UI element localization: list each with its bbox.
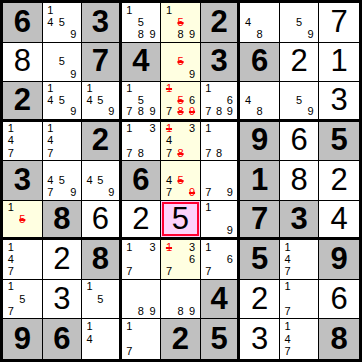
cell-r4c9[interactable]: 5 [319, 122, 359, 162]
cell-r9c4[interactable]: 17 [122, 319, 162, 359]
candidate-1: 1 [84, 320, 95, 333]
candidates: 16789 [203, 83, 236, 118]
cell-r9c3[interactable]: 14 [82, 319, 122, 359]
candidate-1-eliminated: 1 [163, 83, 175, 95]
candidate-7: 7 [282, 305, 294, 317]
candidate-1: 1 [203, 123, 214, 135]
candidate-5: 5 [95, 293, 106, 305]
candidate-4: 4 [45, 16, 57, 28]
candidates: 59 [282, 83, 317, 118]
cell-r8c9[interactable]: 6 [319, 280, 359, 320]
given-digit: 2 [14, 84, 31, 115]
candidate-8: 8 [254, 28, 266, 40]
candidate-1: 1 [282, 320, 294, 333]
given-digit: 6 [132, 164, 149, 195]
candidates: 147 [282, 320, 317, 358]
cell-r5c2[interactable]: 4579 [43, 161, 83, 201]
cell-r6c5[interactable]: 5 [161, 201, 201, 241]
given-digit: 6 [53, 323, 70, 354]
solved-digit: 2 [331, 164, 348, 195]
candidate-9: 9 [147, 28, 159, 40]
candidate-6: 6 [186, 254, 198, 266]
cell-r5c6[interactable]: 79 [201, 161, 241, 201]
given-digit: 8 [53, 203, 70, 234]
candidate-7: 7 [124, 106, 136, 118]
candidate-5: 5 [17, 293, 29, 305]
candidates: 59 [163, 44, 198, 81]
solved-digit: 3 [251, 323, 268, 354]
cell-r3c5[interactable]: 156789 [161, 82, 201, 122]
solved-digit: 8 [291, 164, 308, 195]
cell-r7c7[interactable]: 5 [240, 240, 280, 280]
cell-r8c4[interactable]: 89 [122, 280, 162, 320]
solved-digit: 2 [53, 243, 70, 274]
candidates: 17 [282, 281, 317, 318]
given-digit: 2 [210, 6, 227, 37]
candidate-8: 8 [254, 106, 266, 118]
cell-r3c3[interactable]: 1459 [82, 82, 122, 122]
candidate-5: 5 [95, 174, 106, 186]
candidate-1-eliminated: 1 [163, 241, 175, 253]
cell-r5c4[interactable]: 6 [122, 161, 162, 201]
candidate-1: 1 [124, 4, 136, 16]
cell-r8c2[interactable]: 3 [43, 280, 83, 320]
candidate-9: 9 [224, 106, 235, 118]
candidate-9: 9 [68, 68, 80, 80]
solved-digit: 6 [291, 124, 308, 155]
candidate-7: 7 [203, 106, 214, 118]
candidate-6: 6 [224, 254, 235, 266]
solved-digit: 4 [331, 203, 348, 234]
cell-r5c5[interactable]: 4579 [161, 161, 201, 201]
cell-r1c6[interactable]: 2 [201, 3, 241, 43]
candidates: 147 [45, 123, 80, 160]
cell-r9c6[interactable]: 5 [201, 319, 241, 359]
candidate-9: 9 [68, 106, 80, 118]
candidate-7: 7 [203, 187, 214, 199]
cell-r4c5[interactable]: 13478 [161, 122, 201, 162]
given-digit: 2 [172, 323, 189, 354]
candidate-3: 3 [147, 241, 159, 253]
candidate-1: 1 [5, 202, 17, 214]
cell-r7c9[interactable]: 9 [319, 240, 359, 280]
given-digit: 4 [132, 45, 149, 76]
candidate-7: 7 [5, 147, 17, 159]
cell-r6c3[interactable]: 6 [82, 201, 122, 241]
cell-r4c8[interactable]: 6 [280, 122, 320, 162]
candidates: 13478 [163, 123, 198, 160]
candidate-5: 5 [56, 95, 68, 107]
candidate-3: 3 [147, 123, 159, 135]
candidate-8: 8 [214, 106, 225, 118]
candidates: 17 [124, 320, 159, 358]
candidates: 1367 [163, 241, 198, 278]
candidate-1: 1 [45, 83, 57, 95]
candidate-7: 7 [203, 266, 214, 278]
candidate-8: 8 [175, 28, 187, 40]
candidates: 59 [282, 4, 317, 41]
candidate-5: 5 [293, 95, 305, 107]
given-digit: 6 [251, 45, 268, 76]
cell-r7c3[interactable]: 8 [82, 240, 122, 280]
cell-r2c6[interactable]: 3 [201, 43, 241, 83]
candidates: 1589 [163, 4, 198, 41]
cell-r6c7[interactable]: 7 [240, 201, 280, 241]
candidate-9: 9 [305, 28, 317, 40]
cell-r3c4[interactable]: 15789 [122, 82, 162, 122]
given-digit: 9 [251, 124, 268, 155]
cell-r2c7[interactable]: 6 [240, 43, 280, 83]
sudoku-board: 6145931589158924859785974593621214591459… [0, 0, 362, 362]
candidate-4: 4 [84, 95, 95, 107]
candidate-1-eliminated: 1 [163, 123, 175, 135]
cell-r4c6[interactable]: 178 [201, 122, 241, 162]
cell-r4c1[interactable]: 147 [3, 122, 43, 162]
candidate-9: 9 [106, 187, 117, 199]
candidate-5: 5 [56, 16, 68, 28]
solved-digit: 3 [331, 84, 348, 115]
candidate-7: 7 [5, 305, 17, 317]
candidate-9: 9 [224, 225, 235, 237]
candidates: 4579 [163, 162, 198, 199]
cell-r3c6[interactable]: 16789 [201, 82, 241, 122]
given-digit: 5 [210, 323, 227, 354]
candidate-4: 4 [242, 16, 254, 28]
cell-r9c9[interactable]: 8 [319, 319, 359, 359]
cell-r2c8[interactable]: 2 [280, 43, 320, 83]
candidate-7: 7 [282, 345, 294, 358]
solved-digit: 6 [331, 283, 348, 314]
cell-r6c1[interactable]: 15 [3, 201, 43, 241]
candidate-5: 5 [56, 174, 68, 186]
candidate-9: 9 [147, 305, 159, 317]
cell-r7c6[interactable]: 167 [201, 240, 241, 280]
candidate-1: 1 [45, 4, 57, 16]
given-digit: 9 [331, 243, 348, 274]
candidate-3: 3 [186, 123, 198, 135]
given-digit: 4 [210, 283, 227, 314]
candidate-5-eliminated: 5 [175, 174, 187, 186]
cell-r4c4[interactable]: 1378 [122, 122, 162, 162]
candidate-9: 9 [186, 28, 198, 40]
cell-r6c9[interactable]: 4 [319, 201, 359, 241]
cell-r1c5[interactable]: 1589 [161, 3, 201, 43]
candidate-9: 9 [68, 187, 80, 199]
candidate-1: 1 [124, 241, 136, 253]
candidate-4: 4 [5, 254, 17, 266]
candidates: 167 [203, 241, 236, 278]
candidate-9: 9 [147, 106, 159, 118]
cell-r8c5[interactable]: 89 [161, 280, 201, 320]
cell-r7c4[interactable]: 137 [122, 240, 162, 280]
candidate-7: 7 [5, 266, 17, 278]
candidate-8: 8 [135, 305, 147, 317]
cell-r9c5[interactable]: 2 [161, 319, 201, 359]
candidates: 4579 [45, 162, 80, 199]
candidate-1: 1 [45, 123, 57, 135]
candidate-1: 1 [5, 281, 17, 293]
candidate-3: 3 [186, 241, 198, 253]
candidate-1: 1 [163, 4, 175, 16]
candidate-4: 4 [282, 254, 294, 266]
candidate-7: 7 [163, 147, 175, 159]
candidate-7: 7 [124, 147, 136, 159]
candidates: 156789 [163, 83, 198, 118]
candidate-1: 1 [84, 281, 95, 293]
candidate-9-eliminated: 9 [186, 106, 198, 118]
candidate-4: 4 [163, 174, 175, 186]
solved-digit: 2 [291, 45, 308, 76]
candidate-5: 5 [56, 56, 68, 68]
solved-digit: 8 [14, 45, 31, 76]
candidates: 147 [5, 241, 40, 278]
solved-digit: 6 [92, 203, 109, 234]
candidate-5: 5 [135, 16, 147, 28]
candidate-7: 7 [124, 345, 136, 358]
candidate-5: 5 [95, 95, 106, 107]
cell-r8c1[interactable]: 157 [3, 280, 43, 320]
cell-r9c1[interactable]: 9 [3, 319, 43, 359]
cell-r5c3[interactable]: 459 [82, 161, 122, 201]
candidate-7: 7 [124, 266, 136, 278]
cell-r5c8[interactable]: 8 [280, 161, 320, 201]
cell-r2c5[interactable]: 59 [161, 43, 201, 83]
candidate-1: 1 [5, 123, 17, 135]
candidate-8-eliminated: 8 [175, 106, 187, 118]
candidate-1: 1 [84, 83, 95, 95]
candidates: 48 [242, 4, 277, 41]
cell-r1c9[interactable]: 7 [319, 3, 359, 43]
candidates: 1459 [84, 83, 117, 118]
given-digit: 3 [14, 164, 31, 195]
cell-r3c8[interactable]: 59 [280, 82, 320, 122]
cell-r9c7[interactable]: 3 [240, 319, 280, 359]
solved-digit: 2 [251, 283, 268, 314]
candidate-7: 7 [163, 266, 175, 278]
cell-r6c4[interactable]: 2 [122, 201, 162, 241]
candidates: 147 [5, 123, 40, 160]
candidate-9: 9 [186, 68, 198, 80]
cell-r2c4[interactable]: 4 [122, 43, 162, 83]
given-digit: 3 [210, 45, 227, 76]
candidates: 79 [203, 162, 236, 199]
given-digit: 5 [251, 243, 268, 274]
given-digit: 8 [92, 243, 109, 274]
cell-r3c1[interactable]: 2 [3, 82, 43, 122]
candidates: 19 [203, 202, 236, 237]
candidate-7: 7 [282, 266, 294, 278]
cell-r7c8[interactable]: 147 [280, 240, 320, 280]
cell-r6c6[interactable]: 19 [201, 201, 241, 241]
cell-r4c7[interactable]: 9 [240, 122, 280, 162]
cell-r1c7[interactable]: 48 [240, 3, 280, 43]
candidates: 137 [124, 241, 159, 278]
solved-digit: 1 [331, 45, 348, 76]
given-digit: 3 [92, 6, 109, 37]
given-digit: 3 [291, 203, 308, 234]
candidate-8: 8 [214, 147, 225, 159]
cell-r8c7[interactable]: 2 [240, 280, 280, 320]
candidate-7: 7 [203, 147, 214, 159]
cell-r8c8[interactable]: 17 [280, 280, 320, 320]
candidates: 178 [203, 123, 236, 160]
candidates: 14 [84, 320, 117, 358]
candidate-5-eliminated: 5 [175, 16, 187, 28]
candidate-9-eliminated: 9 [186, 187, 198, 199]
candidates: 89 [124, 281, 159, 318]
candidate-5: 5 [293, 16, 305, 28]
candidate-1: 1 [124, 83, 136, 95]
candidate-4: 4 [5, 135, 17, 147]
candidate-9: 9 [68, 28, 80, 40]
candidates: 1589 [124, 4, 159, 41]
cell-r5c7[interactable]: 1 [240, 161, 280, 201]
candidate-8: 8 [135, 106, 147, 118]
cell-r2c9[interactable]: 1 [319, 43, 359, 83]
candidate-4: 4 [282, 333, 294, 346]
candidate-1: 1 [124, 123, 136, 135]
solved-digit: 5 [172, 203, 189, 234]
cell-r9c8[interactable]: 147 [280, 319, 320, 359]
candidate-4: 4 [84, 333, 95, 346]
cell-r3c2[interactable]: 1459 [43, 82, 83, 122]
solved-digit: 2 [132, 203, 149, 234]
candidate-1: 1 [5, 241, 17, 253]
candidate-7: 7 [163, 106, 175, 118]
candidate-9: 9 [305, 106, 317, 118]
candidates: 48 [242, 83, 277, 118]
cell-r4c2[interactable]: 147 [43, 122, 83, 162]
candidates: 1378 [124, 123, 159, 160]
cell-r3c9[interactable]: 3 [319, 82, 359, 122]
cell-r6c2[interactable]: 8 [43, 201, 83, 241]
given-digit: 5 [331, 124, 348, 155]
candidates: 89 [163, 281, 198, 318]
given-digit: 7 [251, 203, 268, 234]
cell-r1c8[interactable]: 59 [280, 3, 320, 43]
given-digit: 6 [14, 6, 31, 37]
candidate-4: 4 [45, 174, 57, 186]
candidate-8: 8 [175, 305, 187, 317]
given-digit: 1 [251, 164, 268, 195]
candidates: 1459 [45, 4, 80, 41]
candidate-5-eliminated: 5 [17, 213, 29, 225]
cell-r3c7[interactable]: 48 [240, 82, 280, 122]
candidate-1: 1 [203, 83, 214, 95]
cell-r8c6[interactable]: 4 [201, 280, 241, 320]
cell-r1c2[interactable]: 1459 [43, 3, 83, 43]
cell-r7c5[interactable]: 1367 [161, 240, 201, 280]
cell-r7c1[interactable]: 147 [3, 240, 43, 280]
candidates: 157 [5, 281, 40, 318]
given-digit: 7 [92, 45, 109, 76]
candidates: 459 [84, 162, 117, 199]
given-digit: 2 [92, 124, 109, 155]
candidate-1: 1 [203, 241, 214, 253]
candidate-9: 9 [106, 106, 117, 118]
candidate-7: 7 [163, 187, 175, 199]
cell-r4c3[interactable]: 2 [82, 122, 122, 162]
candidates: 59 [45, 44, 80, 81]
candidate-4: 4 [45, 135, 57, 147]
candidate-9: 9 [186, 305, 198, 317]
candidate-4: 4 [45, 95, 57, 107]
candidates: 15 [5, 202, 40, 237]
cell-r9c2[interactable]: 6 [43, 319, 83, 359]
candidate-8: 8 [135, 28, 147, 40]
candidate-4: 4 [163, 135, 175, 147]
cell-r5c9[interactable]: 2 [319, 161, 359, 201]
cell-r8c3[interactable]: 15 [82, 280, 122, 320]
candidate-5-eliminated: 5 [175, 56, 187, 68]
cell-r6c8[interactable]: 3 [280, 201, 320, 241]
candidate-1: 1 [203, 202, 214, 214]
candidates: 15 [84, 281, 117, 318]
candidates: 15789 [124, 83, 159, 118]
candidate-8: 8 [135, 147, 147, 159]
candidate-7: 7 [45, 187, 57, 199]
given-digit: 9 [14, 323, 31, 354]
candidate-8-eliminated: 8 [175, 147, 187, 159]
candidates: 1459 [45, 83, 80, 118]
cell-r2c2[interactable]: 59 [43, 43, 83, 83]
cell-r1c1[interactable]: 6 [3, 3, 43, 43]
cell-r2c1[interactable]: 8 [3, 43, 43, 83]
candidate-1: 1 [282, 281, 294, 293]
candidate-4: 4 [84, 174, 95, 186]
cell-r1c4[interactable]: 1589 [122, 3, 162, 43]
solved-digit: 3 [53, 283, 70, 314]
candidate-1: 1 [124, 320, 136, 333]
candidates: 147 [282, 241, 317, 278]
cell-r2c3[interactable]: 7 [82, 43, 122, 83]
candidate-7: 7 [45, 147, 57, 159]
cell-r7c2[interactable]: 2 [43, 240, 83, 280]
candidate-1: 1 [282, 241, 294, 253]
solved-digit: 7 [331, 6, 348, 37]
candidate-4: 4 [242, 95, 254, 107]
given-digit: 8 [331, 323, 348, 354]
cell-r1c3[interactable]: 3 [82, 3, 122, 43]
cell-r5c1[interactable]: 3 [3, 161, 43, 201]
candidate-9: 9 [224, 187, 235, 199]
